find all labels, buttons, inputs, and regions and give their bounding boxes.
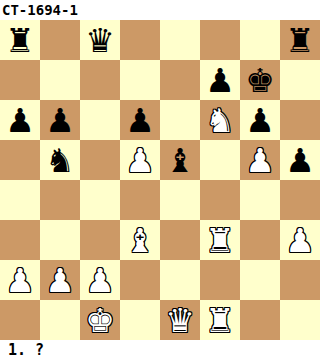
piece-black-rook: ♜ (280, 20, 320, 60)
square-f1[interactable]: ♜ (200, 300, 240, 340)
piece-white-knight: ♞ (200, 100, 240, 140)
piece-white-pawn: ♟ (40, 260, 80, 300)
square-b7[interactable] (40, 60, 80, 100)
square-c1[interactable]: ♚ (80, 300, 120, 340)
square-g8[interactable] (240, 20, 280, 60)
square-h6[interactable] (280, 100, 320, 140)
square-a3[interactable] (0, 220, 40, 260)
piece-black-pawn: ♟ (240, 100, 280, 140)
square-b6[interactable]: ♟ (40, 100, 80, 140)
square-d3[interactable]: ♝ (120, 220, 160, 260)
square-h5[interactable]: ♟ (280, 140, 320, 180)
square-e4[interactable] (160, 180, 200, 220)
square-g1[interactable] (240, 300, 280, 340)
square-e6[interactable] (160, 100, 200, 140)
square-g2[interactable] (240, 260, 280, 300)
square-f5[interactable] (200, 140, 240, 180)
square-h2[interactable] (280, 260, 320, 300)
square-e3[interactable] (160, 220, 200, 260)
piece-white-pawn: ♟ (280, 220, 320, 260)
piece-black-bishop: ♝ (160, 140, 200, 180)
square-e2[interactable] (160, 260, 200, 300)
square-c6[interactable] (80, 100, 120, 140)
square-g4[interactable] (240, 180, 280, 220)
square-c7[interactable] (80, 60, 120, 100)
piece-white-pawn: ♟ (120, 140, 160, 180)
square-a4[interactable] (0, 180, 40, 220)
square-d2[interactable] (120, 260, 160, 300)
square-c2[interactable]: ♟ (80, 260, 120, 300)
square-c4[interactable] (80, 180, 120, 220)
square-g3[interactable] (240, 220, 280, 260)
square-b2[interactable]: ♟ (40, 260, 80, 300)
square-b1[interactable] (40, 300, 80, 340)
square-a7[interactable] (0, 60, 40, 100)
square-f6[interactable]: ♞ (200, 100, 240, 140)
square-d5[interactable]: ♟ (120, 140, 160, 180)
square-c8[interactable]: ♛ (80, 20, 120, 60)
square-c3[interactable] (80, 220, 120, 260)
piece-black-pawn: ♟ (120, 100, 160, 140)
square-a2[interactable]: ♟ (0, 260, 40, 300)
square-h3[interactable]: ♟ (280, 220, 320, 260)
square-e7[interactable] (160, 60, 200, 100)
square-g6[interactable]: ♟ (240, 100, 280, 140)
piece-black-rook: ♜ (0, 20, 40, 60)
square-h7[interactable] (280, 60, 320, 100)
piece-black-knight: ♞ (40, 140, 80, 180)
square-f8[interactable] (200, 20, 240, 60)
square-g7[interactable]: ♚ (240, 60, 280, 100)
square-d8[interactable] (120, 20, 160, 60)
square-b5[interactable]: ♞ (40, 140, 80, 180)
square-a5[interactable] (0, 140, 40, 180)
piece-black-king: ♚ (240, 60, 280, 100)
square-a6[interactable]: ♟ (0, 100, 40, 140)
square-e5[interactable]: ♝ (160, 140, 200, 180)
piece-black-pawn: ♟ (280, 140, 320, 180)
square-f2[interactable] (200, 260, 240, 300)
piece-white-pawn: ♟ (80, 260, 120, 300)
square-h4[interactable] (280, 180, 320, 220)
square-a1[interactable] (0, 300, 40, 340)
square-b8[interactable] (40, 20, 80, 60)
piece-white-bishop: ♝ (120, 220, 160, 260)
square-f4[interactable] (200, 180, 240, 220)
square-e8[interactable] (160, 20, 200, 60)
square-d6[interactable]: ♟ (120, 100, 160, 140)
chess-diagram: CT-1694-1 ♜♛♜♟♚♟♟♟♞♟♞♟♝♟♟♝♜♟♟♟♟♚♛♜ 1. ? (0, 0, 320, 360)
chess-board: ♜♛♜♟♚♟♟♟♞♟♞♟♝♟♟♝♜♟♟♟♟♚♛♜ (0, 20, 320, 340)
square-d4[interactable] (120, 180, 160, 220)
square-h8[interactable]: ♜ (280, 20, 320, 60)
piece-black-pawn: ♟ (200, 60, 240, 100)
piece-white-king: ♚ (80, 300, 120, 340)
square-c5[interactable] (80, 140, 120, 180)
piece-white-rook: ♜ (200, 220, 240, 260)
square-g5[interactable]: ♟ (240, 140, 280, 180)
square-d1[interactable] (120, 300, 160, 340)
piece-white-rook: ♜ (200, 300, 240, 340)
square-f7[interactable]: ♟ (200, 60, 240, 100)
square-e1[interactable]: ♛ (160, 300, 200, 340)
square-b3[interactable] (40, 220, 80, 260)
move-prompt: 1. ? (0, 340, 320, 360)
piece-white-pawn: ♟ (240, 140, 280, 180)
piece-white-pawn: ♟ (0, 260, 40, 300)
square-a8[interactable]: ♜ (0, 20, 40, 60)
piece-white-queen: ♛ (160, 300, 200, 340)
square-h1[interactable] (280, 300, 320, 340)
piece-black-queen: ♛ (80, 20, 120, 60)
square-b4[interactable] (40, 180, 80, 220)
square-f3[interactable]: ♜ (200, 220, 240, 260)
square-d7[interactable] (120, 60, 160, 100)
piece-black-pawn: ♟ (40, 100, 80, 140)
piece-black-pawn: ♟ (0, 100, 40, 140)
diagram-title: CT-1694-1 (0, 0, 320, 20)
